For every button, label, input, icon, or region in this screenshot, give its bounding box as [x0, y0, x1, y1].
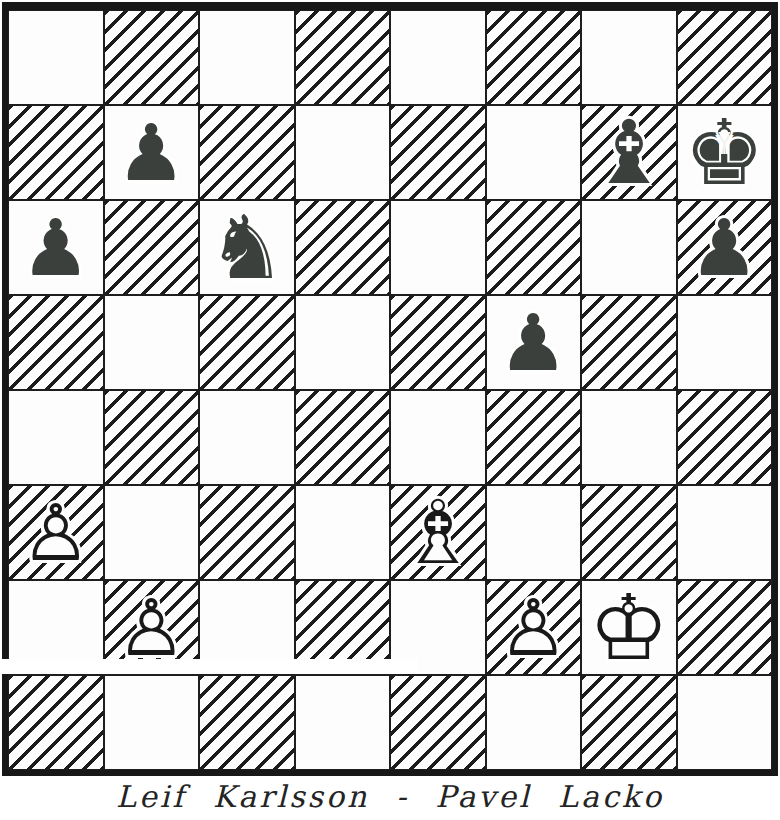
- black-knight: ♞: [200, 201, 294, 294]
- square-a7: [8, 105, 104, 200]
- square-a8: [8, 10, 104, 105]
- square-b1: [104, 675, 200, 770]
- square-a4: [8, 390, 104, 485]
- black-pawn: ♟: [487, 296, 581, 389]
- white-pawn-outline: ♙: [487, 581, 581, 674]
- square-b6: [104, 200, 200, 295]
- square-h4: [677, 390, 773, 485]
- square-e3: ♝♗: [390, 485, 486, 580]
- square-f5: ♟: [486, 295, 582, 390]
- square-g2: ♚♔: [581, 580, 677, 675]
- square-a1: [8, 675, 104, 770]
- scan-artifact: [0, 659, 418, 674]
- square-d5: [295, 295, 391, 390]
- square-c6: ♞: [199, 200, 295, 295]
- white-bishop-outline: ♗: [391, 486, 485, 579]
- square-g3: [581, 485, 677, 580]
- square-h2: [677, 580, 773, 675]
- square-g7: ♝: [581, 105, 677, 200]
- square-b7: ♟: [104, 105, 200, 200]
- square-c4: [199, 390, 295, 485]
- square-a6: ♟: [8, 200, 104, 295]
- square-a5: [8, 295, 104, 390]
- square-g4: [581, 390, 677, 485]
- square-h1: [677, 675, 773, 770]
- square-e4: [390, 390, 486, 485]
- square-e8: [390, 10, 486, 105]
- square-d1: [295, 675, 391, 770]
- black-pawn: ♟: [678, 201, 772, 294]
- square-h8: [677, 10, 773, 105]
- square-c7: [199, 105, 295, 200]
- black-pawn: ♟: [9, 201, 103, 294]
- square-g1: [581, 675, 677, 770]
- square-f8: [486, 10, 582, 105]
- square-e6: [390, 200, 486, 295]
- square-e7: [390, 105, 486, 200]
- white-bishop: ♝♗: [391, 486, 485, 579]
- square-d4: [295, 390, 391, 485]
- square-d7: [295, 105, 391, 200]
- square-d6: [295, 200, 391, 295]
- square-h3: [677, 485, 773, 580]
- square-b4: [104, 390, 200, 485]
- white-king: ♚♔: [582, 581, 676, 674]
- square-c8: [199, 10, 295, 105]
- square-g8: [581, 10, 677, 105]
- white-king-outline: ♔: [582, 581, 676, 674]
- square-e1: [390, 675, 486, 770]
- square-h6: ♟: [677, 200, 773, 295]
- square-f4: [486, 390, 582, 485]
- black-bishop: ♝: [582, 106, 676, 199]
- square-f3: [486, 485, 582, 580]
- king-crown-mark: Y: [678, 133, 772, 155]
- square-f2: ♟♙: [486, 580, 582, 675]
- square-e5: [390, 295, 486, 390]
- square-g5: [581, 295, 677, 390]
- game-caption: Leif Karlsson - Pavel Lacko: [0, 779, 780, 814]
- square-h7: ♚Y: [677, 105, 773, 200]
- square-b3: [104, 485, 200, 580]
- square-f6: [486, 200, 582, 295]
- white-pawn: ♟♙: [9, 486, 103, 579]
- square-d3: [295, 485, 391, 580]
- square-f1: [486, 675, 582, 770]
- square-a3: ♟♙: [8, 485, 104, 580]
- square-b5: [104, 295, 200, 390]
- square-c5: [199, 295, 295, 390]
- square-d8: [295, 10, 391, 105]
- square-b8: [104, 10, 200, 105]
- square-c1: [199, 675, 295, 770]
- square-g6: [581, 200, 677, 295]
- black-king: ♚Y: [678, 106, 772, 199]
- square-f7: [486, 105, 582, 200]
- white-pawn-outline: ♙: [9, 486, 103, 579]
- square-h5: [677, 295, 773, 390]
- square-c3: [199, 485, 295, 580]
- white-pawn: ♟♙: [487, 581, 581, 674]
- black-pawn: ♟: [105, 106, 199, 199]
